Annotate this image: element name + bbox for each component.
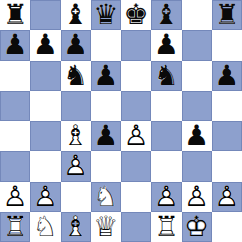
square-b3[interactable] <box>30 151 60 181</box>
square-e2[interactable] <box>121 182 151 212</box>
square-g8[interactable] <box>182 0 212 30</box>
square-c3[interactable]: ♟♙ <box>61 151 91 181</box>
black-king-glyph: ♚ <box>121 0 151 30</box>
black-pawn[interactable]: ♙♟ <box>91 121 121 151</box>
white-king-glyph: ♚ <box>182 212 212 242</box>
white-rook-glyph: ♖ <box>151 212 181 242</box>
square-e7[interactable] <box>121 30 151 60</box>
square-a4[interactable] <box>0 121 30 151</box>
black-pawn-glyph: ♟ <box>151 30 181 60</box>
square-c6[interactable]: ♘♞ <box>61 61 91 91</box>
black-queen-glyph: ♛ <box>91 0 121 30</box>
square-d5[interactable] <box>91 91 121 121</box>
square-h6[interactable]: ♙♟ <box>212 61 242 91</box>
square-c8[interactable]: ♗♝ <box>61 0 91 30</box>
white-pawn-glyph: ♙ <box>182 182 212 212</box>
square-a2[interactable]: ♟♙ <box>0 182 30 212</box>
white-knight-glyph: ♘ <box>91 182 121 212</box>
white-knight-glyph: ♘ <box>30 212 60 242</box>
black-pawn[interactable]: ♙♟ <box>212 61 242 91</box>
white-king[interactable]: ♚♔ <box>182 212 212 242</box>
square-f5[interactable] <box>151 91 181 121</box>
square-f2[interactable]: ♟♙ <box>151 182 181 212</box>
black-pawn-glyph: ♟ <box>0 30 30 60</box>
square-c5[interactable] <box>61 91 91 121</box>
square-h7[interactable] <box>212 30 242 60</box>
square-c2[interactable] <box>61 182 91 212</box>
black-pawn-glyph: ♙ <box>30 30 60 60</box>
square-b4[interactable] <box>30 121 60 151</box>
square-e5[interactable] <box>121 91 151 121</box>
white-pawn[interactable]: ♟♙ <box>182 182 212 212</box>
square-d6[interactable]: ♙♟ <box>91 61 121 91</box>
square-f6[interactable]: ♘♞ <box>151 61 181 91</box>
black-pawn-glyph: ♟ <box>61 30 91 60</box>
white-bishop-glyph: ♗ <box>61 212 91 242</box>
black-knight-glyph: ♘ <box>151 61 181 91</box>
square-f3[interactable] <box>151 151 181 181</box>
black-pawn-glyph: ♙ <box>0 30 30 60</box>
white-pawn-glyph: ♟ <box>30 182 60 212</box>
white-pawn[interactable]: ♟♙ <box>212 182 242 212</box>
black-pawn-glyph: ♟ <box>91 61 121 91</box>
white-pawn-glyph: ♟ <box>151 182 181 212</box>
square-f1[interactable]: ♜♖ <box>151 212 181 242</box>
black-pawn[interactable]: ♙♟ <box>0 30 30 60</box>
square-b2[interactable]: ♟♙ <box>30 182 60 212</box>
square-g2[interactable]: ♟♙ <box>182 182 212 212</box>
white-queen-glyph: ♛ <box>91 212 121 242</box>
black-knight-glyph: ♘ <box>61 61 91 91</box>
white-knight-glyph: ♞ <box>30 212 60 242</box>
square-a8[interactable]: ♖♜ <box>0 0 30 30</box>
square-d4[interactable]: ♙♟ <box>91 121 121 151</box>
white-pawn-glyph: ♙ <box>30 182 60 212</box>
white-pawn-glyph: ♟ <box>212 182 242 212</box>
black-rook[interactable]: ♖♜ <box>212 0 242 30</box>
white-knight-glyph: ♞ <box>91 182 121 212</box>
square-c7[interactable]: ♙♟ <box>61 30 91 60</box>
white-bishop[interactable]: ♝♗ <box>61 212 91 242</box>
square-b5[interactable] <box>30 91 60 121</box>
square-a5[interactable] <box>0 91 30 121</box>
square-d2[interactable]: ♞♘ <box>91 182 121 212</box>
black-bishop-glyph: ♝ <box>61 0 91 30</box>
square-h8[interactable]: ♖♜ <box>212 0 242 30</box>
black-pawn-glyph: ♙ <box>212 61 242 91</box>
square-g7[interactable] <box>182 30 212 60</box>
square-a3[interactable] <box>0 151 30 181</box>
black-rook-glyph: ♜ <box>212 0 242 30</box>
white-bishop-glyph: ♝ <box>61 121 91 151</box>
square-b1[interactable]: ♞♘ <box>30 212 60 242</box>
white-pawn-glyph: ♟ <box>182 182 212 212</box>
square-d8[interactable]: ♕♛ <box>91 0 121 30</box>
white-bishop[interactable]: ♝♗ <box>61 121 91 151</box>
black-bishop-glyph: ♝ <box>151 0 181 30</box>
square-f7[interactable]: ♙♟ <box>151 30 181 60</box>
black-knight[interactable]: ♘♞ <box>151 61 181 91</box>
black-pawn-glyph: ♙ <box>61 30 91 60</box>
square-g1[interactable]: ♚♔ <box>182 212 212 242</box>
white-bishop-glyph: ♝ <box>61 212 91 242</box>
white-pawn[interactable]: ♟♙ <box>121 121 151 151</box>
square-e3[interactable] <box>121 151 151 181</box>
black-bishop[interactable]: ♗♝ <box>61 0 91 30</box>
white-pawn-glyph: ♙ <box>61 151 91 181</box>
black-pawn-glyph: ♙ <box>151 30 181 60</box>
black-king-glyph: ♔ <box>121 0 151 30</box>
white-queen-glyph: ♕ <box>91 212 121 242</box>
black-knight[interactable]: ♘♞ <box>61 61 91 91</box>
white-pawn-glyph: ♙ <box>151 182 181 212</box>
white-pawn[interactable]: ♟♙ <box>151 182 181 212</box>
square-a1[interactable]: ♜♖ <box>0 212 30 242</box>
square-a6[interactable] <box>0 61 30 91</box>
white-pawn-glyph: ♟ <box>121 121 151 151</box>
white-bishop-glyph: ♗ <box>61 121 91 151</box>
square-d1[interactable]: ♛♕ <box>91 212 121 242</box>
black-rook-glyph: ♖ <box>212 0 242 30</box>
white-knight[interactable]: ♞♘ <box>30 212 60 242</box>
white-rook-glyph: ♖ <box>0 212 30 242</box>
square-b8[interactable] <box>30 0 60 30</box>
square-e4[interactable]: ♟♙ <box>121 121 151 151</box>
black-pawn-glyph: ♙ <box>182 121 212 151</box>
square-g6[interactable] <box>182 61 212 91</box>
black-pawn-glyph: ♟ <box>212 61 242 91</box>
white-pawn-glyph: ♙ <box>0 182 30 212</box>
black-bishop-glyph: ♗ <box>61 0 91 30</box>
black-queen[interactable]: ♕♛ <box>91 0 121 30</box>
white-queen[interactable]: ♛♕ <box>91 212 121 242</box>
square-f4[interactable] <box>151 121 181 151</box>
black-rook-glyph: ♖ <box>0 0 30 30</box>
chess-board: ♖♜♗♝♕♛♔♚♗♝♖♜♙♟♙♟♙♟♙♟♘♞♙♟♘♞♙♟♝♗♙♟♟♙♙♟♟♙♟♙… <box>0 0 242 242</box>
white-pawn-glyph: ♟ <box>61 151 91 181</box>
black-bishop[interactable]: ♗♝ <box>151 0 181 30</box>
square-b6[interactable] <box>30 61 60 91</box>
white-king-glyph: ♔ <box>182 212 212 242</box>
black-pawn[interactable]: ♙♟ <box>91 61 121 91</box>
black-pawn[interactable]: ♙♟ <box>182 121 212 151</box>
black-knight-glyph: ♞ <box>61 61 91 91</box>
white-rook-glyph: ♜ <box>0 212 30 242</box>
square-h4[interactable] <box>212 121 242 151</box>
square-h2[interactable]: ♟♙ <box>212 182 242 212</box>
square-d7[interactable] <box>91 30 121 60</box>
white-rook-glyph: ♜ <box>151 212 181 242</box>
white-pawn-glyph: ♙ <box>212 182 242 212</box>
black-queen-glyph: ♕ <box>91 0 121 30</box>
black-pawn-glyph: ♙ <box>91 121 121 151</box>
square-c1[interactable]: ♝♗ <box>61 212 91 242</box>
square-h5[interactable] <box>212 91 242 121</box>
square-c4[interactable]: ♝♗ <box>61 121 91 151</box>
white-pawn-glyph: ♟ <box>0 182 30 212</box>
square-e6[interactable] <box>121 61 151 91</box>
square-f8[interactable]: ♗♝ <box>151 0 181 30</box>
black-rook-glyph: ♜ <box>0 0 30 30</box>
white-rook[interactable]: ♜♖ <box>0 212 30 242</box>
square-g4[interactable]: ♙♟ <box>182 121 212 151</box>
black-pawn[interactable]: ♙♟ <box>151 30 181 60</box>
black-pawn-glyph: ♟ <box>30 30 60 60</box>
square-a7[interactable]: ♙♟ <box>0 30 30 60</box>
black-pawn-glyph: ♙ <box>91 61 121 91</box>
white-pawn-glyph: ♙ <box>121 121 151 151</box>
black-knight-glyph: ♞ <box>151 61 181 91</box>
square-d3[interactable] <box>91 151 121 181</box>
square-h1[interactable] <box>212 212 242 242</box>
square-g5[interactable] <box>182 91 212 121</box>
black-pawn-glyph: ♟ <box>182 121 212 151</box>
black-pawn[interactable]: ♙♟ <box>61 30 91 60</box>
white-pawn[interactable]: ♟♙ <box>30 182 60 212</box>
white-knight[interactable]: ♞♘ <box>91 182 121 212</box>
square-e8[interactable]: ♔♚ <box>121 0 151 30</box>
square-h3[interactable] <box>212 151 242 181</box>
square-b7[interactable]: ♙♟ <box>30 30 60 60</box>
black-pawn-glyph: ♟ <box>91 121 121 151</box>
white-pawn[interactable]: ♟♙ <box>61 151 91 181</box>
square-e1[interactable] <box>121 212 151 242</box>
black-pawn[interactable]: ♙♟ <box>30 30 60 60</box>
white-rook[interactable]: ♜♖ <box>151 212 181 242</box>
square-g3[interactable] <box>182 151 212 181</box>
black-king[interactable]: ♔♚ <box>121 0 151 30</box>
white-pawn[interactable]: ♟♙ <box>0 182 30 212</box>
black-rook[interactable]: ♖♜ <box>0 0 30 30</box>
black-bishop-glyph: ♗ <box>151 0 181 30</box>
